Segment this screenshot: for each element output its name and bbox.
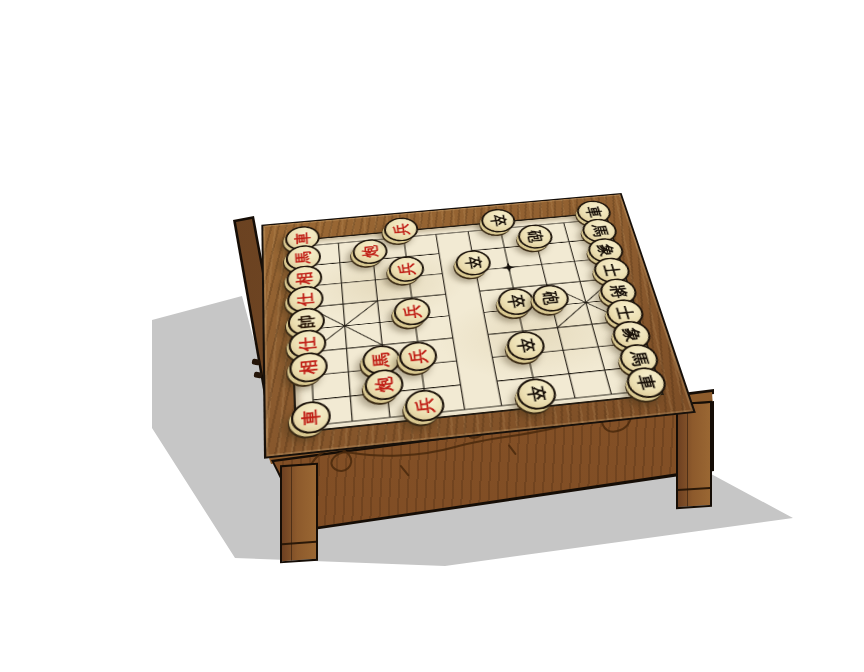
side-knob-icon xyxy=(254,371,263,378)
leg-edge-line xyxy=(291,466,292,560)
piece-glyph: 帥 xyxy=(297,314,316,329)
table-leg-front-left xyxy=(280,463,318,564)
piece-glyph: 士 xyxy=(614,305,636,320)
piece-glyph: 象 xyxy=(621,327,643,343)
piece-glyph: 仕 xyxy=(298,336,317,352)
table-leg-front-right xyxy=(676,401,712,510)
leg-foot-line xyxy=(282,541,316,545)
piece-glyph: 相 xyxy=(299,359,319,376)
piece-glyph: 兵 xyxy=(414,397,436,415)
piece-glyph: 兵 xyxy=(402,304,422,319)
scene-canvas: 車馬相仕帥仕相車炮馬炮兵兵兵兵兵卒卒卒卒卒砲砲車馬象士將士象馬車 xyxy=(0,0,864,672)
leg-edge-line xyxy=(687,404,688,506)
leg-foot-line xyxy=(678,487,710,491)
xiangqi-piece[interactable]: 卒 xyxy=(514,377,559,412)
tabletop: 車馬相仕帥仕相車炮馬炮兵兵兵兵兵卒卒卒卒卒砲砲車馬象士將士象馬車 xyxy=(261,193,696,459)
piece-glyph: 車 xyxy=(635,374,658,391)
piece-glyph: 卒 xyxy=(525,385,548,402)
piece-glyph: 馬 xyxy=(372,352,392,368)
piece-glyph: 車 xyxy=(301,408,322,426)
piece-glyph: 卒 xyxy=(515,338,537,354)
piece-glyph: 兵 xyxy=(408,348,429,364)
piece-glyph: 炮 xyxy=(374,376,395,393)
piece-glyph: 馬 xyxy=(627,350,650,366)
side-knob-icon xyxy=(252,358,261,365)
xiangqi-piece[interactable]: 車 xyxy=(291,400,332,436)
xiangqi-piece[interactable]: 卒 xyxy=(504,330,547,362)
